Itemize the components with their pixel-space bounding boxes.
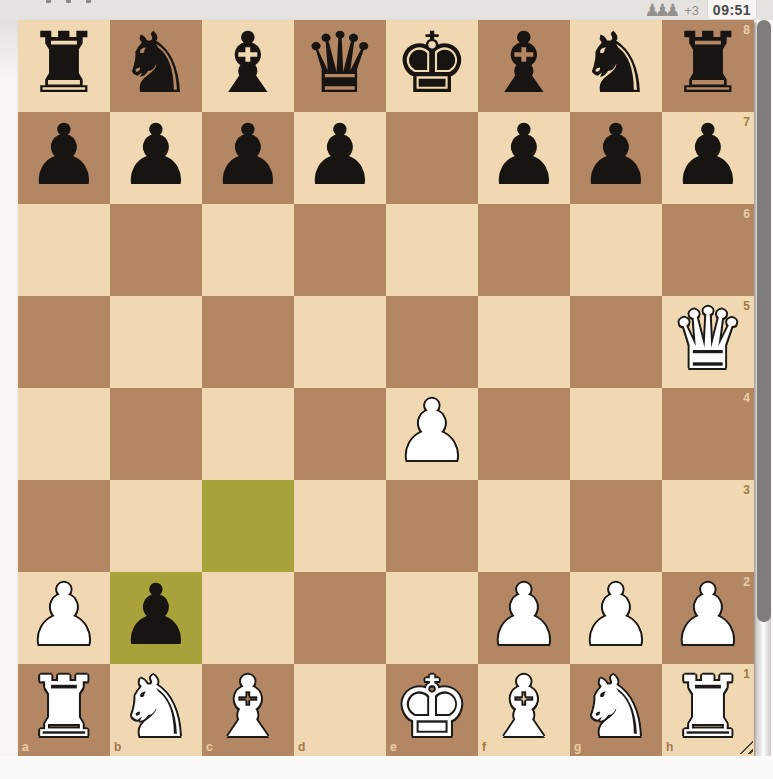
square-b4[interactable] [110, 388, 202, 480]
square-c1[interactable]: c♝ [202, 664, 294, 756]
square-d5[interactable] [294, 296, 386, 388]
square-d4[interactable] [294, 388, 386, 480]
square-a1[interactable]: a♜ [18, 664, 110, 756]
square-g2[interactable]: ♟ [570, 572, 662, 664]
square-a2[interactable]: ♟ [18, 572, 110, 664]
page-margin [0, 20, 18, 756]
square-e5[interactable] [386, 296, 478, 388]
square-g4[interactable] [570, 388, 662, 480]
chess-board[interactable]: ♜♞♝♛♚♝♞8♜♟♟♟♟♟♟7♟65♛♟43♟♟♟♟2♟a♜b♞c♝de♚f♝… [18, 20, 754, 756]
white-pawn-h2[interactable]: ♟ [662, 572, 754, 664]
square-e8[interactable]: ♚ [386, 20, 478, 112]
square-b8[interactable]: ♞ [110, 20, 202, 112]
white-knight-b1[interactable]: ♞ [110, 664, 202, 756]
square-g5[interactable] [570, 296, 662, 388]
square-h1[interactable]: h1♜ [662, 664, 754, 756]
black-pawn-b7[interactable]: ♟ [110, 112, 202, 204]
square-e4[interactable]: ♟ [386, 388, 478, 480]
square-b5[interactable] [110, 296, 202, 388]
bottom-bar: 09:44 [0, 756, 773, 779]
square-f2[interactable]: ♟ [478, 572, 570, 664]
square-c4[interactable] [202, 388, 294, 480]
square-a8[interactable]: ♜ [18, 20, 110, 112]
square-h6[interactable]: 6 [662, 204, 754, 296]
scrollbar[interactable] [757, 20, 771, 760]
white-bishop-f1[interactable]: ♝ [478, 664, 570, 756]
white-rook-h1[interactable]: ♜ [662, 664, 754, 756]
black-pawn-b2[interactable]: ♟ [110, 572, 202, 664]
black-rook-h8[interactable]: ♜ [662, 20, 754, 112]
black-pawn-a7[interactable]: ♟ [18, 112, 110, 204]
white-pawn-g2[interactable]: ♟ [570, 572, 662, 664]
white-pawn-a2[interactable]: ♟ [18, 572, 110, 664]
white-pawn-f2[interactable]: ♟ [478, 572, 570, 664]
square-b7[interactable]: ♟ [110, 112, 202, 204]
square-f7[interactable]: ♟ [478, 112, 570, 204]
square-h3[interactable]: 3 [662, 480, 754, 572]
square-c6[interactable] [202, 204, 294, 296]
square-g3[interactable] [570, 480, 662, 572]
black-knight-b8[interactable]: ♞ [110, 20, 202, 112]
clipped-ui-fragment [46, 0, 51, 3]
square-a5[interactable] [18, 296, 110, 388]
black-knight-g8[interactable]: ♞ [570, 20, 662, 112]
square-c3[interactable] [202, 480, 294, 572]
square-f5[interactable] [478, 296, 570, 388]
white-king-e1[interactable]: ♚ [386, 664, 478, 756]
square-e7[interactable] [386, 112, 478, 204]
scrollbar-thumb[interactable] [757, 20, 771, 622]
square-e3[interactable] [386, 480, 478, 572]
white-pawn-e4[interactable]: ♟ [386, 388, 478, 480]
square-d3[interactable] [294, 480, 386, 572]
square-h2[interactable]: 2♟ [662, 572, 754, 664]
white-queen-h5[interactable]: ♛ [662, 296, 754, 388]
square-c2[interactable] [202, 572, 294, 664]
square-e1[interactable]: e♚ [386, 664, 478, 756]
clipped-ui-fragment [86, 0, 91, 3]
square-c5[interactable] [202, 296, 294, 388]
square-b1[interactable]: b♞ [110, 664, 202, 756]
square-f3[interactable] [478, 480, 570, 572]
black-king-e8[interactable]: ♚ [386, 20, 478, 112]
black-bishop-f8[interactable]: ♝ [478, 20, 570, 112]
square-a4[interactable] [18, 388, 110, 480]
rank-label-3: 3 [743, 484, 750, 496]
clipped-ui-fragment [66, 0, 71, 3]
square-h8[interactable]: 8♜ [662, 20, 754, 112]
black-pawn-d7[interactable]: ♟ [294, 112, 386, 204]
square-g6[interactable] [570, 204, 662, 296]
square-e6[interactable] [386, 204, 478, 296]
black-rook-a8[interactable]: ♜ [18, 20, 110, 112]
white-bishop-c1[interactable]: ♝ [202, 664, 294, 756]
square-d1[interactable]: d [294, 664, 386, 756]
file-label-d: d [298, 741, 305, 753]
square-e2[interactable] [386, 572, 478, 664]
square-b3[interactable] [110, 480, 202, 572]
square-f4[interactable] [478, 388, 570, 480]
black-pawn-h7[interactable]: ♟ [662, 112, 754, 204]
square-c7[interactable]: ♟ [202, 112, 294, 204]
square-f8[interactable]: ♝ [478, 20, 570, 112]
square-b2[interactable]: ♟ [110, 572, 202, 664]
black-queen-d8[interactable]: ♛ [294, 20, 386, 112]
square-g7[interactable]: ♟ [570, 112, 662, 204]
square-c8[interactable]: ♝ [202, 20, 294, 112]
white-knight-g1[interactable]: ♞ [570, 664, 662, 756]
black-bishop-c8[interactable]: ♝ [202, 20, 294, 112]
rank-label-6: 6 [743, 208, 750, 220]
square-a7[interactable]: ♟ [18, 112, 110, 204]
square-a3[interactable] [18, 480, 110, 572]
square-g8[interactable]: ♞ [570, 20, 662, 112]
square-d7[interactable]: ♟ [294, 112, 386, 204]
square-d2[interactable] [294, 572, 386, 664]
rank-label-4: 4 [743, 392, 750, 404]
square-b6[interactable] [110, 204, 202, 296]
black-pawn-c7[interactable]: ♟ [202, 112, 294, 204]
square-h5[interactable]: 5♛ [662, 296, 754, 388]
top-bar: ♟♟♟ +3 09:51 [0, 0, 773, 20]
black-pawn-f7[interactable]: ♟ [478, 112, 570, 204]
white-rook-a1[interactable]: ♜ [18, 664, 110, 756]
black-pawn-g7[interactable]: ♟ [570, 112, 662, 204]
square-h4[interactable]: 4 [662, 388, 754, 480]
square-g1[interactable]: g♞ [570, 664, 662, 756]
square-f1[interactable]: f♝ [478, 664, 570, 756]
square-f6[interactable] [478, 204, 570, 296]
square-a6[interactable] [18, 204, 110, 296]
square-d6[interactable] [294, 204, 386, 296]
square-d8[interactable]: ♛ [294, 20, 386, 112]
square-h7[interactable]: 7♟ [662, 112, 754, 204]
